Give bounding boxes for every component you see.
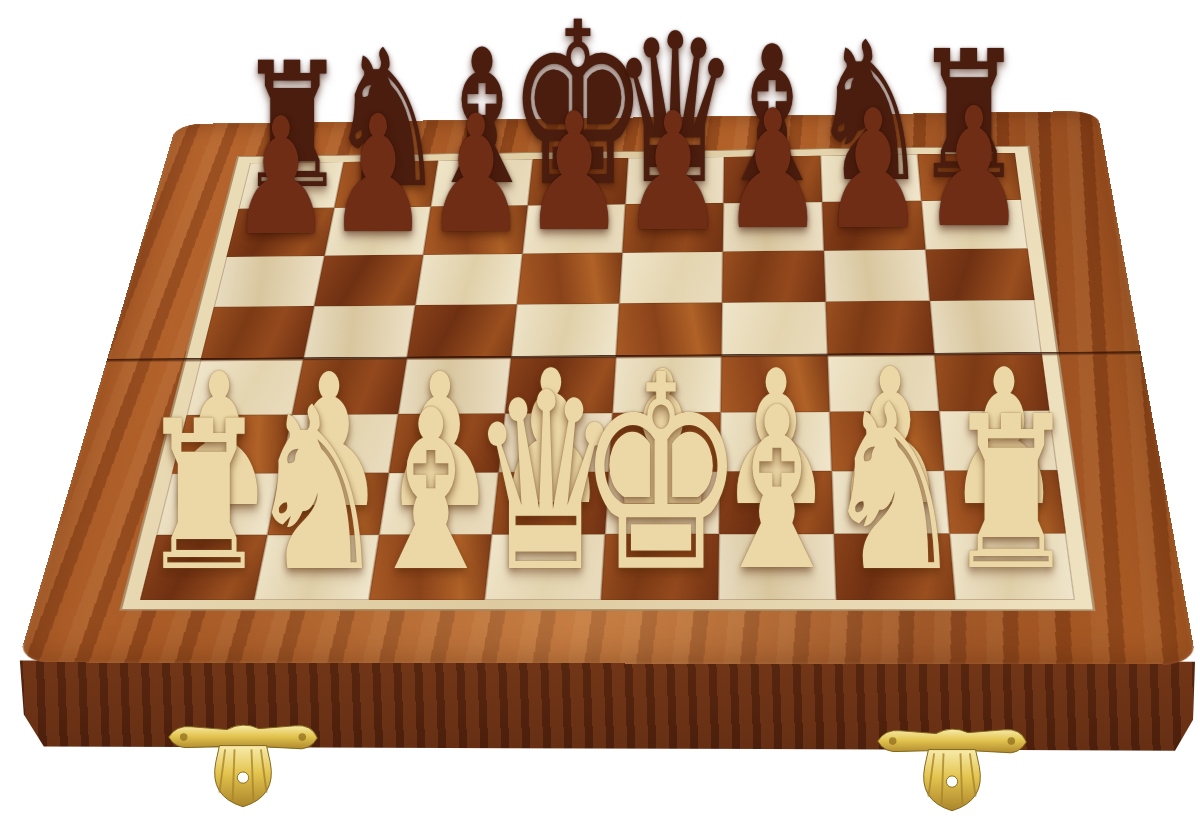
piece-black-pawn-h7[interactable]: ♟ [922, 86, 1025, 251]
piece-black-pawn-e7[interactable]: ♟ [622, 90, 725, 253]
piece-black-pawn-g7[interactable]: ♟ [822, 87, 925, 251]
piece-black-pawn-c7[interactable]: ♟ [425, 93, 527, 255]
piece-white-rook-h1[interactable]: ♜ [945, 389, 1077, 600]
chess-set-photo: ♜♞♝♚♛♝♞♜♟♟♟♟♟♟♟♟♟♟♟♟♟♟♟♟♜♞♝♛♚♝♞♜ [0, 0, 1200, 837]
piece-black-pawn-d7[interactable]: ♟ [523, 92, 625, 255]
piece-black-pawn-a7[interactable]: ♟ [230, 96, 331, 257]
brass-latch-right [872, 716, 1032, 818]
brass-latch-left [163, 712, 323, 814]
piece-black-pawn-f7[interactable]: ♟ [722, 89, 825, 253]
piece-black-pawn-b7[interactable]: ♟ [327, 95, 429, 257]
